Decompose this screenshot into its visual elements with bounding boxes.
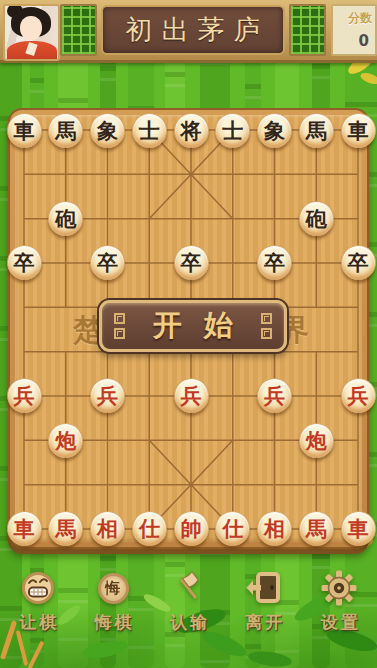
- piece-character: 兵: [97, 385, 118, 406]
- piece-character: 兵: [14, 385, 35, 406]
- top-bar: 初出茅庐 分数 0: [0, 0, 377, 63]
- leave-label: 离开: [242, 611, 285, 634]
- lattice-panel-right: [289, 4, 326, 56]
- xiangqi-piece-black-卒[interactable]: 卒: [174, 245, 209, 280]
- score-label: 分数: [348, 10, 372, 27]
- xiangqi-piece-black-馬[interactable]: 馬: [299, 113, 334, 148]
- xiangqi-piece-black-象[interactable]: 象: [90, 113, 125, 148]
- piece-character: 卒: [348, 252, 369, 273]
- action-bar: 让棋 悔 悔棋 认输 离开: [0, 570, 377, 648]
- piece-character: 砲: [55, 208, 76, 229]
- piece-character: 卒: [264, 252, 285, 273]
- xiangqi-piece-red-車[interactable]: 車: [341, 511, 376, 546]
- smiley-icon: [21, 570, 55, 606]
- piece-character: 相: [97, 518, 118, 539]
- piece-character: 仕: [139, 518, 160, 539]
- piece-character: 兵: [264, 385, 285, 406]
- piece-character: 馬: [55, 518, 76, 539]
- rank-title-plaque: 初出茅庐: [101, 5, 285, 55]
- piece-character: 卒: [181, 252, 202, 273]
- xiangqi-piece-black-卒[interactable]: 卒: [7, 245, 42, 280]
- xiangqi-piece-black-象[interactable]: 象: [257, 113, 292, 148]
- piece-character: 相: [264, 518, 285, 539]
- start-button-label: 开始: [127, 306, 259, 346]
- piece-character: 炮: [55, 430, 76, 451]
- resign-label: 认输: [167, 611, 210, 634]
- piece-character: 馬: [306, 120, 327, 141]
- scroll-ornament-left-icon: [112, 313, 127, 339]
- rank-title: 初出茅庐: [117, 12, 270, 48]
- score-panel: 分数 0: [331, 4, 377, 56]
- piece-character: 仕: [222, 518, 243, 539]
- piece-character: 卒: [14, 252, 35, 273]
- xiangqi-piece-red-兵[interactable]: 兵: [7, 378, 42, 413]
- xiangqi-piece-red-仕[interactable]: 仕: [132, 511, 167, 546]
- handicap-label: 让棋: [16, 611, 59, 634]
- undo-piece-icon: 悔: [98, 570, 129, 606]
- piece-character: 士: [139, 120, 160, 141]
- scroll-ornament-right-icon: [259, 313, 274, 339]
- piece-character: 象: [97, 120, 118, 141]
- piece-character: 炮: [306, 430, 327, 451]
- xiangqi-piece-red-炮[interactable]: 炮: [299, 423, 334, 458]
- piece-character: 車: [348, 518, 369, 539]
- piece-character: 車: [14, 120, 35, 141]
- xiangqi-piece-red-帥[interactable]: 帥: [174, 511, 209, 546]
- piece-character: 将: [181, 120, 202, 141]
- xiangqi-piece-red-炮[interactable]: 炮: [48, 423, 83, 458]
- piece-character: 兵: [181, 385, 202, 406]
- piece-character: 兵: [348, 385, 369, 406]
- piece-character: 車: [14, 518, 35, 539]
- xiangqi-piece-black-士[interactable]: 士: [215, 113, 250, 148]
- player-avatar[interactable]: [3, 4, 60, 61]
- xiangqi-piece-red-兵[interactable]: 兵: [341, 378, 376, 413]
- white-flag-icon: [170, 570, 206, 606]
- settings-gear-icon: [321, 570, 357, 606]
- xiangqi-piece-black-砲[interactable]: 砲: [299, 201, 334, 236]
- undo-move-label: 悔棋: [92, 611, 135, 634]
- lattice-panel-left: [60, 4, 97, 56]
- piece-character: 砲: [306, 208, 327, 229]
- xiangqi-piece-black-馬[interactable]: 馬: [48, 113, 83, 148]
- xiangqi-piece-black-将[interactable]: 将: [174, 113, 209, 148]
- xiangqi-piece-black-車[interactable]: 車: [7, 113, 42, 148]
- exit-door-icon: [246, 570, 282, 606]
- piece-character: 車: [348, 120, 369, 141]
- handicap-button[interactable]: 让棋: [0, 570, 75, 634]
- score-value: 0: [359, 32, 369, 50]
- avatar-face: [20, 16, 42, 40]
- piece-character: 卒: [97, 252, 118, 273]
- xiangqi-piece-red-車[interactable]: 車: [7, 511, 42, 546]
- resign-button[interactable]: 认输: [151, 570, 226, 634]
- xiangqi-piece-red-兵[interactable]: 兵: [174, 378, 209, 413]
- piece-character: 馬: [306, 518, 327, 539]
- piece-character: 士: [222, 120, 243, 141]
- piece-character: 帥: [181, 518, 202, 539]
- settings-label: 设置: [318, 611, 361, 634]
- undo-move-button[interactable]: 悔 悔棋: [75, 570, 150, 634]
- xiangqi-piece-red-馬[interactable]: 馬: [299, 511, 334, 546]
- piece-character: 象: [264, 120, 285, 141]
- start-button[interactable]: 开始: [99, 300, 287, 352]
- piece-character: 馬: [55, 120, 76, 141]
- xiangqi-piece-black-士[interactable]: 士: [132, 113, 167, 148]
- xiangqi-piece-black-車[interactable]: 車: [341, 113, 376, 148]
- leave-button[interactable]: 离开: [226, 570, 301, 634]
- settings-button[interactable]: 设置: [302, 570, 377, 634]
- xiangqi-piece-black-卒[interactable]: 卒: [341, 245, 376, 280]
